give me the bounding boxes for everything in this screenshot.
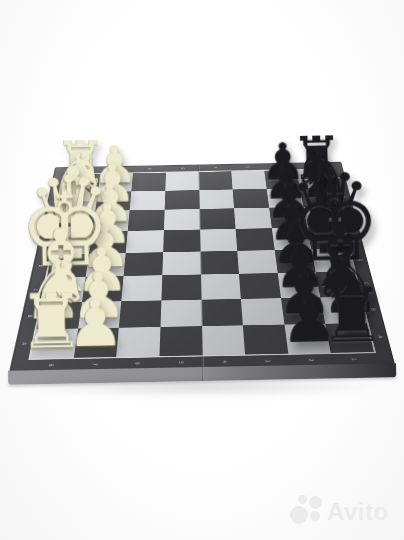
- rank-label: 3: [243, 158, 252, 175]
- square: [164, 209, 200, 230]
- perspective-stage: 87654321 87654321 HGFEDCBA HGFEDCBA ♜♞♝♛…: [2, 0, 395, 372]
- board-shadow: [14, 381, 390, 399]
- avito-watermark: Avito: [289, 494, 389, 529]
- square: [200, 251, 239, 275]
- square: [201, 299, 243, 327]
- piece-glyph: ♜: [318, 280, 386, 352]
- square: [162, 251, 200, 275]
- square: [160, 300, 201, 328]
- avito-logo-icon: [289, 494, 324, 529]
- square: [165, 190, 200, 210]
- piece-white-rook: ♜: [32, 349, 75, 350]
- piece-glyph: ♜: [18, 285, 86, 357]
- rank-label: 6: [145, 160, 154, 177]
- square: [199, 208, 235, 229]
- square: [200, 229, 238, 251]
- board-tilt-wrapper: 87654321 87654321 HGFEDCBA HGFEDCBA ♜♞♝♛…: [0, 0, 404, 540]
- chess-board: 87654321 87654321 HGFEDCBA HGFEDCBA ♜♞♝♛…: [9, 162, 395, 372]
- piece-black-rook: ♜: [330, 343, 373, 344]
- square: [163, 230, 200, 252]
- square: [199, 189, 234, 209]
- square: [161, 275, 201, 301]
- square: [201, 274, 241, 300]
- rank-label: 5: [178, 160, 186, 177]
- avito-text: Avito: [327, 498, 389, 526]
- rank-label: 4: [211, 159, 219, 176]
- product-photo: 87654321 87654321 HGFEDCBA HGFEDCBA ♜♞♝♛…: [0, 0, 404, 540]
